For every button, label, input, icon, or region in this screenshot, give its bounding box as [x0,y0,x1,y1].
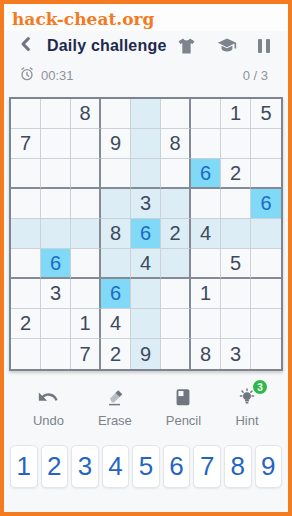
cell-r3c3[interactable] [71,159,101,189]
header-bar: Daily challenge [4,31,288,59]
cell-r7c9[interactable] [251,279,281,309]
theme-shirt-icon[interactable] [176,36,197,56]
cell-r1c6[interactable] [161,99,191,129]
hint-label: Hint [235,413,258,428]
cell-r5c2[interactable] [41,219,71,249]
cell-r1c7[interactable] [191,99,221,129]
cell-r9c9[interactable] [251,339,281,369]
cell-r2c4[interactable]: 9 [101,129,131,159]
cell-r2c8[interactable] [221,129,251,159]
watermark-text: hack-cheat.org [4,4,288,31]
cell-r5c9[interactable] [251,219,281,249]
cell-r7c4[interactable]: 6 [101,279,131,309]
eraser-icon [103,386,127,408]
page-title: Daily challenge [47,37,167,55]
cell-r8c9[interactable] [251,309,281,339]
cell-r2c1[interactable]: 7 [11,129,41,159]
erase-button[interactable]: Erase [98,386,132,428]
cell-r7c5[interactable] [131,279,161,309]
cell-r7c6[interactable] [161,279,191,309]
cell-r2c6[interactable]: 8 [161,129,191,159]
cell-r5c1[interactable] [11,219,41,249]
number-pad: 1 2 3 4 5 6 7 8 9 [4,428,288,488]
cell-r8c7[interactable] [191,309,221,339]
cell-r6c4[interactable] [101,249,131,279]
cell-r9c4[interactable]: 2 [101,339,131,369]
numpad-9[interactable]: 9 [255,445,283,488]
numpad-8[interactable]: 8 [224,445,252,488]
numpad-3[interactable]: 3 [71,445,99,488]
cell-r9c2[interactable] [41,339,71,369]
numpad-2[interactable]: 2 [41,445,69,488]
cell-r1c3[interactable]: 8 [71,99,101,129]
cell-r8c6[interactable] [161,309,191,339]
cell-r6c8[interactable]: 5 [221,249,251,279]
cell-r9c7[interactable]: 8 [191,339,221,369]
cell-r1c9[interactable]: 5 [251,99,281,129]
cell-r4c1[interactable] [11,189,41,219]
cell-r9c1[interactable] [11,339,41,369]
undo-icon [36,386,60,408]
app-window: hack-cheat.org Daily challenge 00:31 [0,0,292,516]
cell-r6c5[interactable]: 4 [131,249,161,279]
numpad-5[interactable]: 5 [132,445,160,488]
pencil-label: Pencil [166,413,201,428]
cell-r5c6[interactable]: 2 [161,219,191,249]
cell-r3c6[interactable] [161,159,191,189]
cell-r2c9[interactable] [251,129,281,159]
cell-r5c5[interactable]: 6 [131,219,161,249]
cell-r4c3[interactable] [71,189,101,219]
cell-r3c5[interactable] [131,159,161,189]
cell-r3c7[interactable]: 6 [191,159,221,189]
cell-r3c1[interactable] [11,159,41,189]
numpad-6[interactable]: 6 [163,445,191,488]
cell-r7c2[interactable]: 3 [41,279,71,309]
cell-r2c7[interactable] [191,129,221,159]
graduation-cap-icon[interactable] [216,36,238,56]
cell-r2c5[interactable] [131,129,161,159]
cell-r7c1[interactable] [11,279,41,309]
cell-r4c9[interactable]: 6 [251,189,281,219]
cell-r9c3[interactable]: 7 [71,339,101,369]
cell-r5c8[interactable] [221,219,251,249]
mistakes-counter: 0 / 3 [243,68,268,83]
cell-r1c5[interactable] [131,99,161,129]
cell-r2c3[interactable] [71,129,101,159]
back-chevron-icon [18,36,34,56]
cell-r6c1[interactable] [11,249,41,279]
cell-r6c2[interactable]: 6 [41,249,71,279]
numpad-1[interactable]: 1 [10,445,38,488]
cell-r8c2[interactable] [41,309,71,339]
cell-r8c3[interactable]: 1 [71,309,101,339]
timer-clock-icon [19,66,35,85]
back-button[interactable] [18,36,34,56]
cell-r6c3[interactable] [71,249,101,279]
pause-button[interactable] [257,38,272,54]
cell-r5c7[interactable]: 4 [191,219,221,249]
cell-r3c4[interactable] [101,159,131,189]
cell-r4c5[interactable]: 3 [131,189,161,219]
cell-r1c1[interactable] [11,99,41,129]
cell-r7c7[interactable]: 1 [191,279,221,309]
numpad-7[interactable]: 7 [193,445,221,488]
cell-r5c3[interactable] [71,219,101,249]
cell-r4c2[interactable] [41,189,71,219]
cell-r4c8[interactable] [221,189,251,219]
cell-r3c8[interactable]: 2 [221,159,251,189]
cell-r7c8[interactable] [221,279,251,309]
cell-r6c6[interactable] [161,249,191,279]
cell-r5c4[interactable]: 8 [101,219,131,249]
cell-r8c5[interactable] [131,309,161,339]
toolbar: Undo Erase Pencil 3 Hint [4,371,288,428]
cell-r8c1[interactable]: 2 [11,309,41,339]
cell-r7c3[interactable] [71,279,101,309]
cell-r8c8[interactable] [221,309,251,339]
cell-r1c2[interactable] [41,99,71,129]
pencil-button[interactable]: Pencil [166,386,201,428]
undo-label: Undo [33,413,64,428]
cell-r4c6[interactable] [161,189,191,219]
cell-r1c4[interactable] [101,99,131,129]
undo-button[interactable]: Undo [33,386,64,428]
cell-r4c7[interactable] [191,189,221,219]
hint-button[interactable]: 3 Hint [235,386,259,428]
cell-r2c2[interactable] [41,129,71,159]
cell-r9c5[interactable]: 9 [131,339,161,369]
cell-r6c7[interactable] [191,249,221,279]
cell-r9c6[interactable] [161,339,191,369]
hint-count-badge: 3 [252,379,268,395]
cell-r1c8[interactable]: 1 [221,99,251,129]
cell-r4c4[interactable] [101,189,131,219]
timer-value: 00:31 [41,68,74,83]
status-bar: 00:31 0 / 3 [4,59,288,90]
cell-r8c4[interactable]: 4 [101,309,131,339]
sudoku-board: 8157986236862464536121472983 [9,97,283,371]
numpad-4[interactable]: 4 [102,445,130,488]
cell-r6c9[interactable] [251,249,281,279]
cell-r3c2[interactable] [41,159,71,189]
pencil-notes-icon [172,386,194,408]
cell-r9c8[interactable]: 3 [221,339,251,369]
cell-r3c9[interactable] [251,159,281,189]
erase-label: Erase [98,413,132,428]
